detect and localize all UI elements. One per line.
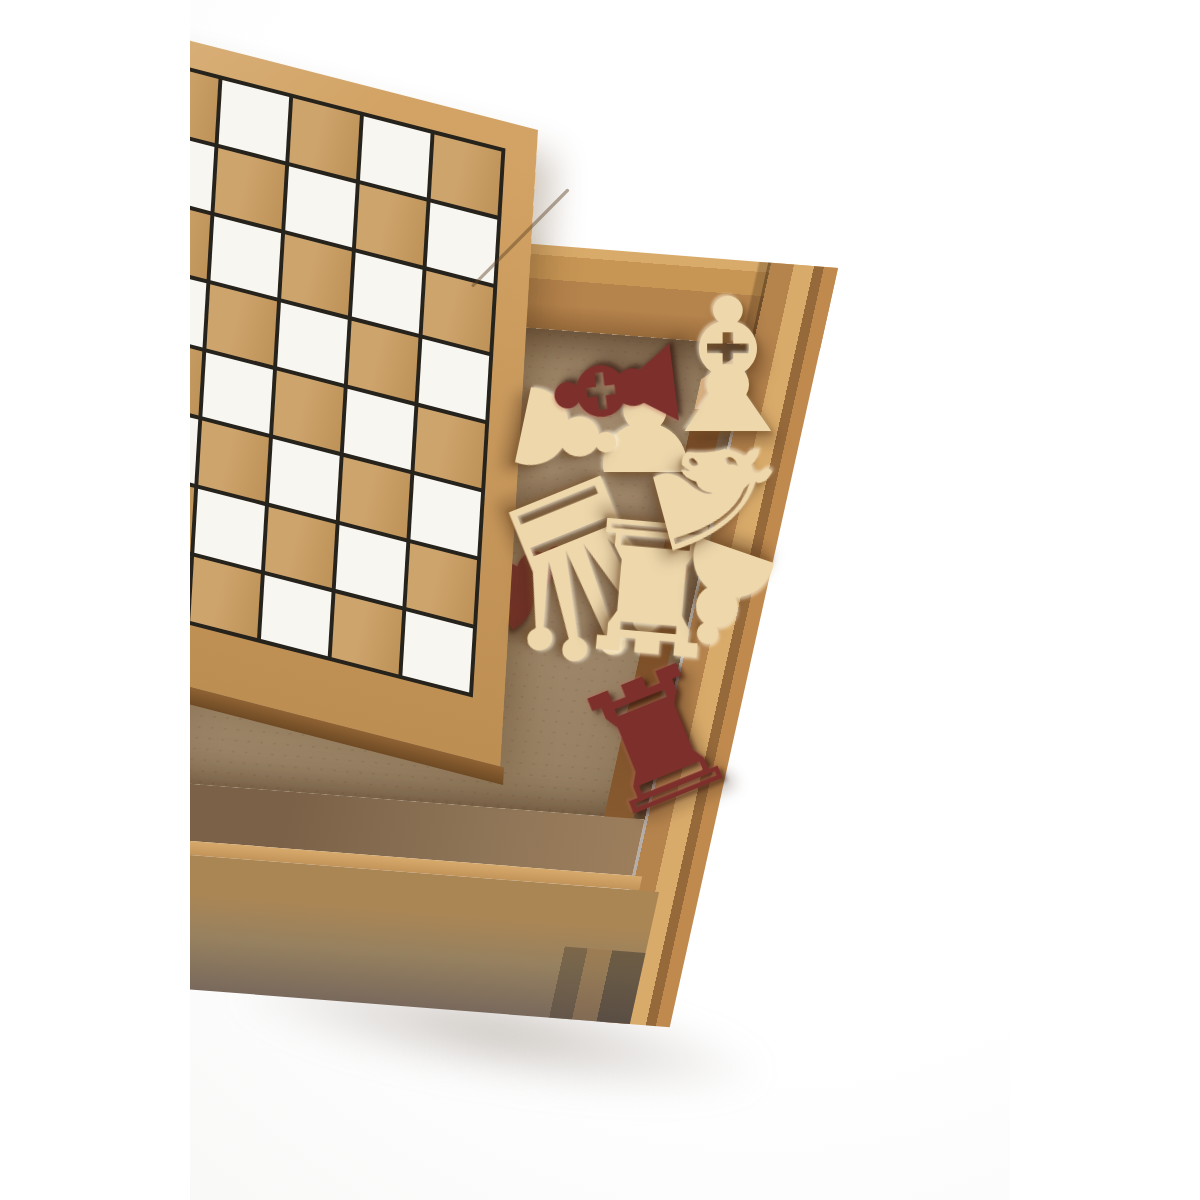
board-square [277, 302, 348, 383]
board-square [219, 80, 290, 161]
board-square [261, 575, 332, 656]
board-square [202, 352, 273, 433]
board-square [215, 148, 286, 229]
board-square [423, 271, 494, 352]
board-square [356, 184, 427, 265]
board-square [269, 439, 340, 520]
board-square [431, 134, 502, 215]
chess-board-lid [190, 0, 538, 767]
board-square [402, 611, 473, 692]
board-square [360, 116, 431, 197]
finger-joints [542, 946, 646, 1024]
board-square [210, 216, 281, 297]
board-square [281, 234, 352, 315]
board-square [190, 557, 261, 638]
board-square [206, 284, 277, 365]
board-square [289, 98, 360, 179]
board-square [285, 166, 356, 247]
board-square [352, 253, 423, 334]
board-grid [190, 7, 501, 692]
board-square [336, 525, 407, 606]
board-square [348, 321, 419, 402]
board-square [332, 593, 403, 674]
board-square [190, 62, 218, 143]
board-square [194, 489, 265, 570]
board-square [340, 457, 411, 538]
board-square [419, 339, 490, 420]
board-square [273, 371, 344, 452]
product-photo: ♟ ♟ ♝ ♟ ♝ ♛ ♜ ♟ ♞ ♜ [190, 0, 1010, 1200]
board-square [265, 507, 336, 588]
board-frame [190, 2, 505, 697]
board-square [198, 421, 269, 502]
board-square [344, 389, 415, 470]
